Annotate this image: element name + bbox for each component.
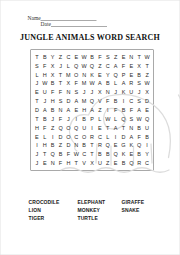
grid-cell: D — [33, 106, 41, 115]
grid-cell: B — [41, 114, 49, 123]
grid-cell: B — [41, 53, 49, 62]
grid-cell: T — [33, 114, 41, 123]
grid-cell: B — [135, 150, 143, 159]
grid-cell: B — [96, 150, 104, 159]
grid-cell: T — [57, 79, 65, 88]
grid-cell: S — [72, 88, 80, 97]
word-item: SNAKE — [122, 207, 145, 215]
grid-cell: I — [88, 123, 96, 132]
grid-cell: K — [88, 70, 96, 79]
grid-cell: B — [49, 141, 57, 150]
grid-cell: F — [72, 79, 80, 88]
grid-cell: F — [104, 97, 112, 106]
grid-cell: A — [88, 106, 96, 115]
grid-cell: A — [41, 106, 49, 115]
date-field-line — [51, 21, 107, 27]
word-item: GIRAFFE — [122, 199, 145, 207]
grid-cell: N — [127, 123, 135, 132]
grid-cell: A — [64, 106, 72, 115]
grid-cell: F — [57, 159, 65, 168]
grid-cell: O — [80, 132, 88, 141]
grid-cell: L — [112, 79, 120, 88]
grid-cell: C — [96, 132, 104, 141]
grid-cell: Q — [112, 70, 120, 79]
grid-cell: T — [135, 53, 143, 62]
word-item: TIGER — [29, 215, 60, 223]
grid-cell: D — [64, 97, 72, 106]
grid-cell: E — [112, 159, 120, 168]
grid-cell: A — [135, 106, 143, 115]
word-list-column-1: CROCODILE LION TIGER — [29, 199, 60, 223]
grid-cell: Z — [57, 53, 65, 62]
grid-cell: R — [135, 159, 143, 168]
grid-cell: N — [57, 106, 65, 115]
grid-cell: Q — [72, 123, 80, 132]
grid-cell: W — [80, 53, 88, 62]
grid-cell: L — [41, 132, 49, 141]
grid-cell: B — [120, 159, 128, 168]
grid-cell: W — [72, 150, 80, 159]
grid-cell: T — [33, 53, 41, 62]
grid-cell: A — [96, 79, 104, 88]
grid-cell: S — [127, 114, 135, 123]
grid-cell: K — [127, 141, 135, 150]
grid-cell: V — [80, 159, 88, 168]
grid-cell: Y — [49, 53, 57, 62]
grid-cell: W — [143, 79, 151, 88]
grid-cell: E — [72, 106, 80, 115]
grid-cell: T — [72, 159, 80, 168]
grid-cell: F — [57, 88, 65, 97]
grid-cell: F — [49, 88, 57, 97]
word-item: LION — [29, 207, 60, 215]
grid-cell: J — [64, 114, 72, 123]
grid-cell: N — [127, 53, 135, 62]
grid-cell: Z — [112, 53, 120, 62]
grid-cell: H — [41, 70, 49, 79]
grid-cell: T — [104, 123, 112, 132]
grid-cell: A — [72, 97, 80, 106]
grid-cell: Q — [135, 141, 143, 150]
grid-cell: W — [104, 114, 112, 123]
grid-cell: D — [120, 132, 128, 141]
grid-cell: T — [120, 123, 128, 132]
grid-cell: N — [80, 70, 88, 79]
grid-cell: M — [80, 97, 88, 106]
letter-grid: TBYZCEWBFSZENTWSFXJLQWQZCAFEXTLHXTMONKEY… — [31, 50, 153, 170]
grid-cell: B — [143, 132, 151, 141]
grid-cell: H — [49, 97, 57, 106]
grid-cell: F — [135, 132, 143, 141]
grid-cell: E — [96, 123, 104, 132]
grid-cell: Q — [112, 150, 120, 159]
grid-cell: L — [104, 132, 112, 141]
grid-cell: Q — [104, 141, 112, 150]
grid-cell: F — [64, 150, 72, 159]
grid-cell: B — [135, 70, 143, 79]
grid-cell: W — [41, 79, 49, 88]
grid-cell: W — [88, 79, 96, 88]
grid-cell: T — [41, 150, 49, 159]
grid-cell: F — [41, 61, 49, 70]
grid-cell: O — [64, 132, 72, 141]
date-field: Date — [41, 21, 107, 27]
grid-cell: C — [143, 159, 151, 168]
grid-cell: T — [57, 70, 65, 79]
grid-cell: O — [72, 70, 80, 79]
grid-cell: S — [33, 61, 41, 70]
grid-cell: Q — [120, 114, 128, 123]
grid-cell: K — [120, 88, 128, 97]
grid-cell: E — [41, 159, 49, 168]
grid-cell: E — [112, 141, 120, 150]
grid-cell: L — [96, 114, 104, 123]
grid-cell: E — [127, 150, 135, 159]
grid-cell: B — [57, 150, 65, 159]
grid-cell: C — [64, 53, 72, 62]
grid-cell: B — [104, 79, 112, 88]
grid-cell: B — [104, 150, 112, 159]
grid-cell: Q — [143, 114, 151, 123]
name-label: Name — [28, 15, 41, 21]
grid-cell: U — [41, 88, 49, 97]
word-item: TURTLE — [78, 215, 106, 223]
grid-cell: V — [96, 97, 104, 106]
grid-cell: U — [143, 123, 151, 132]
grid-cell: J — [49, 114, 57, 123]
grid-cell: P — [88, 114, 96, 123]
grid-cell: S — [135, 79, 143, 88]
grid-cell: J — [112, 88, 120, 97]
grid-cell: B — [49, 106, 57, 115]
grid-cell: Z — [57, 141, 65, 150]
grid-cell: J — [33, 150, 41, 159]
grid-cell: Q — [127, 159, 135, 168]
grid-cell: R — [127, 79, 135, 88]
grid-cell: E — [33, 88, 41, 97]
grid-cell: I — [120, 97, 128, 106]
grid-cell: M — [80, 79, 88, 88]
grid-cell: L — [33, 70, 41, 79]
grid-cell: S — [104, 53, 112, 62]
grid-cell: F — [120, 61, 128, 70]
word-list-column-3: GIRAFFE SNAKE — [122, 199, 145, 215]
grid-cell: J — [80, 88, 88, 97]
grid-cell: A — [127, 132, 135, 141]
grid-cell: B — [135, 123, 143, 132]
grid-cell: Z — [96, 106, 104, 115]
word-item: CROCODILE — [29, 199, 60, 207]
grid-cell: J — [88, 88, 96, 97]
grid-cell: F — [127, 106, 135, 115]
grid-cell: T — [143, 61, 151, 70]
grid-cell: Q — [49, 150, 57, 159]
grid-cell: J — [33, 79, 41, 88]
grid-cell: J — [57, 61, 65, 70]
grid-cell: E — [72, 53, 80, 62]
grid-cell: H — [41, 141, 49, 150]
grid-cell: I — [112, 132, 120, 141]
grid-cell: D — [57, 132, 65, 141]
grid-cell: Q — [72, 61, 80, 70]
grid-cell: X — [49, 61, 57, 70]
grid-cell: H — [80, 106, 88, 115]
grid-cell: X — [64, 79, 72, 88]
grid-cell: U — [96, 159, 104, 168]
grid-cell: A — [112, 61, 120, 70]
grid-cell: X — [49, 70, 57, 79]
grid-cell: A — [120, 79, 128, 88]
grid-cell: C — [72, 132, 80, 141]
grid-cell: C — [80, 150, 88, 159]
grid-cell: T — [88, 141, 96, 150]
grid-cell: Q — [88, 97, 96, 106]
grid-cell: T — [33, 97, 41, 106]
grid-cell: P — [120, 70, 128, 79]
grid-cell: I — [104, 106, 112, 115]
grid-cell: K — [120, 150, 128, 159]
grid-cell: R — [88, 132, 96, 141]
grid-cell: C — [127, 97, 135, 106]
grid-cell: S — [135, 97, 143, 106]
grid-cell: W — [80, 61, 88, 70]
grid-cell: Q — [57, 123, 65, 132]
grid-cell: I — [49, 132, 57, 141]
grid-cell: S — [57, 97, 65, 106]
grid-cell: W — [143, 53, 151, 62]
grid-cell: Z — [49, 123, 57, 132]
grid-cell: E — [127, 61, 135, 70]
grid-cell: L — [64, 61, 72, 70]
grid-cell: F — [96, 53, 104, 62]
grid-cell: I — [72, 114, 80, 123]
grid-cell: X — [96, 88, 104, 97]
grid-cell: M — [64, 70, 72, 79]
grid-cell: N — [49, 159, 57, 168]
worksheet-page: Name Date JUNGLE ANIMALS WORD SEARCH TBY… — [0, 0, 180, 255]
grid-cell: W — [135, 114, 143, 123]
grid-cell: I — [143, 141, 151, 150]
word-list-column-2: ELEPHANT MONKEY TURTLE — [78, 199, 106, 223]
puzzle-grid-box: TBYZCEWBFSZENTWSFXJLQWQZCAFEXTLHXTMONKEY… — [31, 50, 154, 171]
grid-cell: Y — [143, 150, 151, 159]
grid-cell: J — [135, 88, 143, 97]
grid-cell: T — [88, 150, 96, 159]
grid-cell: U — [80, 123, 88, 132]
grid-cell: B — [120, 106, 128, 115]
grid-cell: E — [143, 106, 151, 115]
grid-cell: X — [88, 159, 96, 168]
page-title: JUNGLE ANIMALS WORD SEARCH — [1, 33, 180, 42]
grid-cell: Y — [104, 70, 112, 79]
grid-cell: Q — [88, 61, 96, 70]
grid-cell: D — [143, 97, 151, 106]
grid-cell: H — [64, 159, 72, 168]
grid-cell: Z — [96, 61, 104, 70]
grid-cell: A — [112, 123, 120, 132]
grid-cell: R — [96, 141, 104, 150]
grid-cell: Z — [143, 70, 151, 79]
grid-cell: F — [41, 123, 49, 132]
grid-cell: U — [127, 88, 135, 97]
grid-cell: B — [80, 114, 88, 123]
word-item: MONKEY — [78, 207, 106, 215]
grid-cell: B — [88, 53, 96, 62]
grid-cell: D — [64, 141, 72, 150]
grid-cell: N — [104, 88, 112, 97]
grid-cell: N — [72, 141, 80, 150]
grid-cell: Z — [104, 159, 112, 168]
grid-cell: O — [64, 123, 72, 132]
grid-cell: E — [127, 70, 135, 79]
grid-cell: E — [33, 132, 41, 141]
grid-cell: B — [112, 97, 120, 106]
grid-cell: F — [112, 106, 120, 115]
grid-cell: B — [49, 79, 57, 88]
grid-cell: N — [64, 88, 72, 97]
grid-cell: H — [33, 123, 41, 132]
grid-cell: F — [57, 114, 65, 123]
grid-cell: E — [120, 53, 128, 62]
grid-cell: I — [33, 141, 41, 150]
grid-cell: B — [80, 141, 88, 150]
date-label: Date — [41, 21, 51, 27]
word-list: CROCODILE LION TIGER ELEPHANT MONKEY TUR… — [1, 199, 180, 229]
header-row: Name Date — [28, 15, 162, 27]
grid-cell: G — [120, 141, 128, 150]
grid-cell: J — [33, 159, 41, 168]
grid-cell: E — [96, 70, 104, 79]
grid-cell: L — [112, 114, 120, 123]
grid-cell: J — [41, 97, 49, 106]
grid-cell: X — [143, 88, 151, 97]
word-item: ELEPHANT — [78, 199, 106, 207]
grid-cell: C — [104, 61, 112, 70]
grid-cell: X — [135, 61, 143, 70]
